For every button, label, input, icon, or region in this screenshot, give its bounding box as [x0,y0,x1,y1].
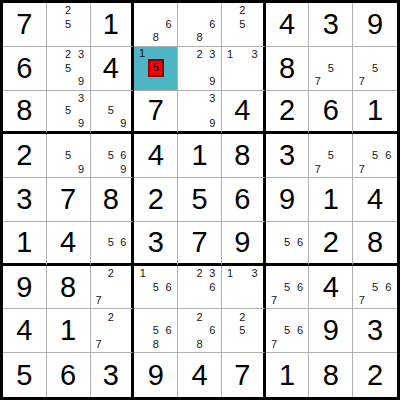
solved-digit: 5 [16,361,32,390]
candidate-5: 5 [368,280,381,294]
candidate-6: 6 [206,324,219,338]
cell-r9c3[interactable]: 3 [91,353,135,397]
candidate-2: 2 [62,4,75,18]
candidate-9: 9 [206,75,219,89]
marked-candidate-box: 5 [148,59,164,77]
cell-r5c3[interactable]: 8 [91,178,135,222]
pencil-marks: 13 [222,47,263,90]
candidate-3: 3 [206,48,219,62]
cell-r3c1[interactable]: 8 [3,91,47,135]
cell-r2c7[interactable]: 8 [266,47,310,91]
cell-r1c8[interactable]: 3 [309,3,353,47]
pencil-marks: 68 [178,3,221,46]
candidate-5: 5 [324,61,337,75]
cell-r6c5[interactable]: 7 [178,222,222,266]
cell-r8c8[interactable]: 9 [309,309,353,353]
candidate-5: 5 [236,324,248,338]
pencil-marks: 13 [222,266,263,309]
candidate-5: 5 [149,280,162,294]
pencil-marks: 268 [178,309,221,352]
cell-r5c2[interactable]: 7 [47,178,91,222]
cell-r6c6[interactable]: 9 [222,222,266,266]
candidate-1: 1 [136,267,149,281]
cell-r5c9[interactable]: 4 [353,178,397,222]
candidate-2: 2 [236,310,248,324]
candidate-6: 6 [382,149,395,163]
cell-r8c2[interactable]: 1 [47,309,91,353]
candidate-2: 2 [193,267,206,281]
candidate-5: 5 [324,149,337,163]
candidate-2: 2 [193,310,206,324]
cell-r9c8[interactable]: 8 [309,353,353,397]
cell-r8c3[interactable]: 27 [91,309,135,353]
solved-digit: 2 [367,361,383,390]
pencil-marks: 68 [134,3,177,46]
candidate-1: 1 [136,48,147,59]
candidate-6: 6 [382,280,395,294]
pencil-marks: 567 [353,266,397,309]
cell-r8c4[interactable]: 568 [134,309,178,353]
cell-r3c8[interactable]: 6 [309,91,353,135]
cell-r3c2[interactable]: 359 [47,91,91,135]
cell-r4c6[interactable]: 8 [222,134,266,178]
candidate-6: 6 [206,18,219,32]
solved-digit: 1 [16,228,32,257]
candidate-2: 2 [105,310,117,324]
solved-digit: 7 [191,228,207,257]
cell-r7c2[interactable]: 8 [47,266,91,310]
solved-digit: 4 [60,228,76,257]
cell-r5c1[interactable]: 3 [3,178,47,222]
candidate-2: 2 [105,267,117,281]
candidate-1: 1 [224,267,236,281]
candidate-5: 5 [236,18,248,32]
solved-digit: 4 [279,10,295,39]
solved-digit: 1 [367,96,383,125]
pencil-marks: 39 [178,91,221,132]
cell-r9c1[interactable]: 5 [3,353,47,397]
pencil-marks: 56 [266,222,309,263]
cell-r3c7[interactable]: 2 [266,91,310,135]
solved-digit: 1 [323,185,339,214]
pencil-marks: 27 [91,266,132,309]
candidate-3: 3 [75,48,88,62]
candidate-9: 9 [206,117,219,130]
solved-digit: 3 [279,141,295,170]
pencil-marks: 59 [47,134,90,177]
cell-r6c4[interactable]: 3 [134,222,178,266]
candidate-5: 5 [368,61,381,75]
solved-digit: 4 [234,96,250,125]
cell-r7c9[interactable]: 567 [353,266,397,310]
candidate-6: 6 [117,149,129,163]
candidate-3: 3 [206,92,219,105]
candidate-2: 2 [62,48,75,62]
cell-r3c9[interactable]: 1 [353,91,397,135]
pencil-marks: 239 [178,47,221,90]
candidate-6: 6 [294,324,307,338]
solved-digit: 9 [16,273,32,302]
candidate-8: 8 [193,31,206,45]
candidate-9: 9 [117,117,129,130]
cell-r7c3[interactable]: 27 [91,266,135,310]
cell-r1c4[interactable]: 68 [134,3,178,47]
solved-digit: 7 [148,96,164,125]
candidate-5: 5 [105,149,117,163]
candidate-7: 7 [355,75,368,89]
pencil-marks: 57 [353,47,397,90]
candidate-5: 5 [105,236,117,249]
cell-r4c7[interactable]: 3 [266,134,310,178]
cell-r6c3[interactable]: 56 [91,222,135,266]
cell-r2c1[interactable]: 6 [3,47,47,91]
pencil-marks: 25 [222,3,263,46]
candidate-8: 8 [193,338,206,352]
candidate-8: 8 [149,338,162,352]
pencil-marks: 567 [353,134,397,177]
sudoku-board: 7251686825439623594152391385757835959739… [0,0,400,400]
solved-digit: 6 [234,185,250,214]
cell-r4c2[interactable]: 59 [47,134,91,178]
pencil-marks: 156 [134,266,177,309]
solved-digit: 8 [16,96,32,125]
pencil-marks: 236 [178,266,221,309]
cell-r5c6[interactable]: 6 [222,178,266,222]
pencil-marks: 56 [91,222,132,263]
candidate-6: 6 [117,236,129,249]
solved-digit: 8 [60,273,76,302]
cell-r3c6[interactable]: 4 [222,91,266,135]
cell-r7c5[interactable]: 236 [178,266,222,310]
solved-digit: 7 [234,361,250,390]
cell-r9c9[interactable]: 2 [353,353,397,397]
solved-digit: 2 [279,96,295,125]
candidate-5: 5 [281,280,294,294]
solved-digit: 2 [16,141,32,170]
pencil-marks: 567 [266,309,309,352]
cell-r6c9[interactable]: 8 [353,222,397,266]
candidate-3: 3 [206,267,219,281]
solved-digit: 9 [367,10,383,39]
solved-digit: 7 [16,10,32,39]
candidate-5: 5 [281,236,294,249]
pencil-marks: 569 [91,134,132,177]
candidate-9: 9 [75,75,88,89]
solved-digit: 9 [234,228,250,257]
pencil-marks: 59 [91,91,132,132]
candidate-9: 9 [75,163,88,177]
candidate-3: 3 [248,267,260,281]
candidate-6: 6 [294,280,307,294]
solved-digit: 8 [367,228,383,257]
solved-digit: 6 [60,361,76,390]
solved-digit: 9 [148,361,164,390]
solved-digit: 9 [279,185,295,214]
cell-r3c5[interactable]: 39 [178,91,222,135]
cell-r6c8[interactable]: 2 [309,222,353,266]
pencil-marks: 25 [47,3,90,46]
cell-r3c4[interactable]: 7 [134,91,178,135]
cell-r2c6[interactable]: 13 [222,47,266,91]
cell-r4c8[interactable]: 57 [309,134,353,178]
cell-r2c4[interactable]: 15 [134,47,178,91]
cell-r7c1[interactable]: 9 [3,266,47,310]
cell-r1c7[interactable]: 4 [266,3,310,47]
solved-digit: 4 [323,273,339,302]
cell-r2c9[interactable]: 57 [353,47,397,91]
solved-digit: 4 [191,361,207,390]
pencil-marks: 567 [266,266,309,309]
pencil-marks: 568 [134,309,177,352]
solved-digit: 4 [103,54,119,83]
candidate-5: 5 [368,149,381,163]
cell-r8c7[interactable]: 567 [266,309,310,353]
cell-r8c9[interactable]: 3 [353,309,397,353]
solved-digit: 3 [103,361,119,390]
candidate-3: 3 [248,48,260,62]
pencil-marks: 359 [47,91,90,132]
cell-r4c5[interactable]: 1 [178,134,222,178]
candidate-7: 7 [93,338,105,352]
solved-digit: 4 [367,185,383,214]
cell-r1c3[interactable]: 1 [91,3,135,47]
cell-r9c2[interactable]: 6 [47,353,91,397]
candidate-7: 7 [355,163,368,177]
solved-digit: 8 [234,141,250,170]
candidate-7: 7 [311,163,324,177]
candidate-7: 7 [311,75,324,89]
solved-digit: 3 [16,185,32,214]
solved-digit: 4 [148,141,164,170]
candidate-6: 6 [294,236,307,249]
candidate-9: 9 [117,163,129,177]
solved-digit: 3 [148,228,164,257]
cell-r2c3[interactable]: 4 [91,47,135,91]
cell-r5c4[interactable]: 2 [134,178,178,222]
candidate-7: 7 [268,294,281,308]
candidate-5: 5 [281,324,294,338]
cell-r4c4[interactable]: 4 [134,134,178,178]
cell-r7c8[interactable]: 4 [309,266,353,310]
candidate-6: 6 [162,280,175,294]
candidate-8: 8 [149,31,162,45]
candidate-5: 5 [105,104,117,117]
cell-r2c2[interactable]: 2359 [47,47,91,91]
cell-r5c8[interactable]: 1 [309,178,353,222]
solved-digit: 5 [191,185,207,214]
candidate-5: 5 [62,18,75,32]
candidate-2: 2 [236,4,248,18]
solved-digit: 8 [103,185,119,214]
cell-r1c6[interactable]: 25 [222,3,266,47]
cell-r7c4[interactable]: 156 [134,266,178,310]
candidate-7: 7 [268,338,281,352]
pencil-marks: 15 [134,47,177,90]
candidate-3: 3 [75,92,88,105]
cell-r9c6[interactable]: 7 [222,353,266,397]
solved-digit: 3 [323,10,339,39]
cell-r2c8[interactable]: 57 [309,47,353,91]
pencil-marks: 25 [222,309,263,352]
solved-digit: 1 [103,10,119,39]
solved-digit: 8 [279,54,295,83]
candidate-5: 5 [62,104,75,117]
cell-r8c5[interactable]: 268 [178,309,222,353]
pencil-marks: 2359 [47,47,90,90]
candidate-7: 7 [355,294,368,308]
cell-r1c1[interactable]: 7 [3,3,47,47]
pencil-marks: 57 [309,134,352,177]
cell-r6c2[interactable]: 4 [47,222,91,266]
solved-digit: 1 [279,361,295,390]
candidate-6: 6 [162,18,175,32]
candidate-5: 5 [149,324,162,338]
cell-r8c1[interactable]: 4 [3,309,47,353]
solved-digit: 1 [191,141,207,170]
cell-r7c7[interactable]: 567 [266,266,310,310]
cell-r1c5[interactable]: 68 [178,3,222,47]
cell-r1c9[interactable]: 9 [353,3,397,47]
cell-r3c3[interactable]: 59 [91,91,135,135]
pencil-marks: 27 [91,309,132,352]
candidate-6: 6 [162,324,175,338]
candidate-5: 5 [62,149,75,163]
solved-digit: 7 [60,185,76,214]
cell-r1c2[interactable]: 25 [47,3,91,47]
cell-r8c6[interactable]: 25 [222,309,266,353]
solved-digit: 2 [323,228,339,257]
solved-digit: 9 [323,316,339,345]
solved-digit: 6 [16,54,32,83]
solved-digit: 4 [16,316,32,345]
cell-r2c5[interactable]: 239 [178,47,222,91]
cell-r6c1[interactable]: 1 [3,222,47,266]
pencil-marks: 57 [309,47,352,90]
cell-r9c5[interactable]: 4 [178,353,222,397]
solved-digit: 2 [148,185,164,214]
cell-r5c5[interactable]: 5 [178,178,222,222]
cell-r4c9[interactable]: 567 [353,134,397,178]
candidate-1: 1 [224,48,236,62]
candidate-5: 5 [148,59,164,77]
cell-r6c7[interactable]: 56 [266,222,310,266]
candidate-2: 2 [193,48,206,62]
solved-digit: 8 [323,361,339,390]
candidate-7: 7 [93,294,105,308]
solved-digit: 3 [367,316,383,345]
cell-r9c7[interactable]: 1 [266,353,310,397]
solved-digit: 6 [323,96,339,125]
solved-digit: 1 [60,316,76,345]
candidate-9: 9 [75,117,88,130]
cell-r5c7[interactable]: 9 [266,178,310,222]
candidate-6: 6 [206,280,219,294]
cell-r4c3[interactable]: 569 [91,134,135,178]
cell-r9c4[interactable]: 9 [134,353,178,397]
cell-r4c1[interactable]: 2 [3,134,47,178]
candidate-5: 5 [62,61,75,75]
cell-r7c6[interactable]: 13 [222,266,266,310]
